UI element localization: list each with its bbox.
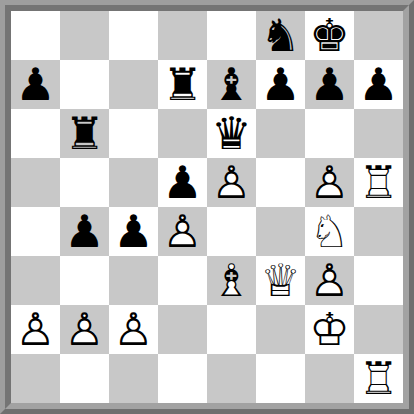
square-b8[interactable] [60,11,109,60]
square-c3[interactable] [109,256,158,305]
chess-board: ♞♚♟♜♝♟♟♟♜♛♟♟♙♟♙♜♖♟♟♟♙♞♘♝♗♛♕♟♙♟♙♟♙♟♙♚♔♜♖ [11,11,403,403]
black-pawn[interactable]: ♟ [158,158,207,207]
square-c5[interactable] [109,158,158,207]
square-g3[interactable]: ♟♙ [305,256,354,305]
square-g8[interactable]: ♚ [305,11,354,60]
white-pawn[interactable]: ♟♙ [207,158,256,207]
square-d7[interactable]: ♜ [158,60,207,109]
black-pawn[interactable]: ♟ [60,207,109,256]
black-pawn[interactable]: ♟ [11,60,60,109]
piece-outline: ♘ [305,207,354,256]
white-pawn[interactable]: ♟♙ [60,305,109,354]
piece-glyph: ♜ [60,109,109,158]
piece-outline: ♖ [354,354,403,403]
square-e4[interactable] [207,207,256,256]
square-h1[interactable]: ♜♖ [354,354,403,403]
square-f2[interactable] [256,305,305,354]
white-pawn[interactable]: ♟♙ [305,256,354,305]
square-f7[interactable]: ♟ [256,60,305,109]
black-rook[interactable]: ♜ [158,60,207,109]
white-pawn[interactable]: ♟♙ [158,207,207,256]
square-b4[interactable]: ♟ [60,207,109,256]
square-f4[interactable] [256,207,305,256]
white-pawn[interactable]: ♟♙ [305,158,354,207]
square-a7[interactable]: ♟ [11,60,60,109]
square-h8[interactable] [354,11,403,60]
white-knight[interactable]: ♞♘ [305,207,354,256]
square-g1[interactable] [305,354,354,403]
piece-outline: ♖ [354,158,403,207]
square-a8[interactable] [11,11,60,60]
square-a4[interactable] [11,207,60,256]
square-h4[interactable] [354,207,403,256]
square-d5[interactable]: ♟ [158,158,207,207]
square-g7[interactable]: ♟ [305,60,354,109]
square-c7[interactable] [109,60,158,109]
square-e3[interactable]: ♝♗ [207,256,256,305]
piece-glyph: ♟ [109,207,158,256]
square-b6[interactable]: ♜ [60,109,109,158]
square-d2[interactable] [158,305,207,354]
piece-outline: ♙ [305,256,354,305]
square-h6[interactable] [354,109,403,158]
square-e6[interactable]: ♛ [207,109,256,158]
square-e8[interactable] [207,11,256,60]
square-g4[interactable]: ♞♘ [305,207,354,256]
square-a1[interactable] [11,354,60,403]
piece-outline: ♙ [305,158,354,207]
square-e2[interactable] [207,305,256,354]
piece-glyph: ♝ [207,60,256,109]
black-pawn[interactable]: ♟ [305,60,354,109]
piece-glyph: ♟ [158,158,207,207]
square-c4[interactable]: ♟ [109,207,158,256]
piece-outline: ♙ [158,207,207,256]
piece-glyph: ♞ [256,11,305,60]
square-e1[interactable] [207,354,256,403]
square-h7[interactable]: ♟ [354,60,403,109]
piece-outline: ♗ [207,256,256,305]
square-g5[interactable]: ♟♙ [305,158,354,207]
square-c6[interactable] [109,109,158,158]
piece-glyph: ♚ [305,11,354,60]
square-f8[interactable]: ♞ [256,11,305,60]
piece-glyph: ♜ [158,60,207,109]
square-f3[interactable]: ♛♕ [256,256,305,305]
white-rook[interactable]: ♜♖ [354,158,403,207]
piece-glyph: ♟ [305,60,354,109]
black-bishop[interactable]: ♝ [207,60,256,109]
piece-glyph: ♟ [11,60,60,109]
black-rook[interactable]: ♜ [60,109,109,158]
piece-outline: ♙ [109,305,158,354]
black-king[interactable]: ♚ [305,11,354,60]
square-a5[interactable] [11,158,60,207]
square-d4[interactable]: ♟♙ [158,207,207,256]
black-pawn[interactable]: ♟ [256,60,305,109]
white-rook[interactable]: ♜♖ [354,354,403,403]
square-b2[interactable]: ♟♙ [60,305,109,354]
black-pawn[interactable]: ♟ [109,207,158,256]
square-a3[interactable] [11,256,60,305]
piece-outline: ♕ [256,256,305,305]
white-king[interactable]: ♚♔ [305,305,354,354]
square-h5[interactable]: ♜♖ [354,158,403,207]
black-pawn[interactable]: ♟ [354,60,403,109]
square-h3[interactable] [354,256,403,305]
piece-glyph: ♟ [354,60,403,109]
piece-glyph: ♟ [256,60,305,109]
piece-outline: ♔ [305,305,354,354]
square-c1[interactable] [109,354,158,403]
square-d8[interactable] [158,11,207,60]
square-f6[interactable] [256,109,305,158]
square-g6[interactable] [305,109,354,158]
square-h2[interactable] [354,305,403,354]
piece-glyph: ♟ [60,207,109,256]
square-f5[interactable] [256,158,305,207]
piece-outline: ♙ [60,305,109,354]
square-g2[interactable]: ♚♔ [305,305,354,354]
piece-glyph: ♛ [207,109,256,158]
board-frame-bevel: ♞♚♟♜♝♟♟♟♜♛♟♟♙♟♙♜♖♟♟♟♙♞♘♝♗♛♕♟♙♟♙♟♙♟♙♚♔♜♖ [5,5,409,409]
white-pawn[interactable]: ♟♙ [11,305,60,354]
square-e7[interactable]: ♝ [207,60,256,109]
square-b3[interactable] [60,256,109,305]
square-d1[interactable] [158,354,207,403]
square-c8[interactable] [109,11,158,60]
square-e5[interactable]: ♟♙ [207,158,256,207]
square-b1[interactable] [60,354,109,403]
black-knight[interactable]: ♞ [256,11,305,60]
square-a2[interactable]: ♟♙ [11,305,60,354]
square-b7[interactable] [60,60,109,109]
piece-outline: ♙ [11,305,60,354]
white-bishop[interactable]: ♝♗ [207,256,256,305]
white-queen[interactable]: ♛♕ [256,256,305,305]
square-f1[interactable] [256,354,305,403]
white-pawn[interactable]: ♟♙ [109,305,158,354]
black-queen[interactable]: ♛ [207,109,256,158]
piece-outline: ♙ [207,158,256,207]
board-frame: ♞♚♟♜♝♟♟♟♜♛♟♟♙♟♙♜♖♟♟♟♙♞♘♝♗♛♕♟♙♟♙♟♙♟♙♚♔♜♖ [0,0,414,414]
square-d3[interactable] [158,256,207,305]
square-c2[interactable]: ♟♙ [109,305,158,354]
square-a6[interactable] [11,109,60,158]
square-b5[interactable] [60,158,109,207]
square-d6[interactable] [158,109,207,158]
